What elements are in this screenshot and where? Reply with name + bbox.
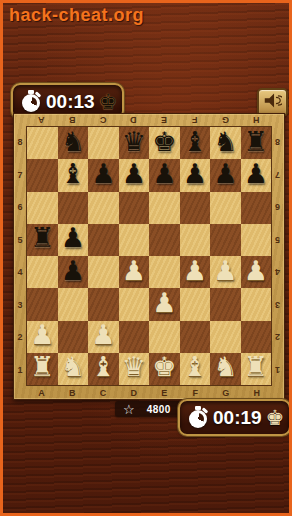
square-e5[interactable] (149, 224, 180, 256)
square-b4[interactable]: ♟ (58, 256, 89, 288)
player-time: 00:19 (213, 407, 262, 429)
square-c7[interactable]: ♟ (88, 159, 119, 191)
white-king[interactable]: ♚ (152, 353, 176, 380)
square-a6[interactable] (27, 192, 58, 224)
coord-label: C (88, 387, 119, 399)
board-grid: ♞♛♚♝♞♜♝♟♟♟♟♟♟♜♟♟♟♟♟♟♟♟♟♜♞♝♛♚♝♞♜ (26, 126, 272, 386)
white-pawn[interactable]: ♟ (244, 257, 268, 284)
square-d2[interactable] (119, 321, 150, 353)
white-pawn[interactable]: ♟ (152, 289, 176, 316)
square-h5[interactable] (241, 224, 272, 256)
coord-label: D (118, 387, 149, 399)
coord-label: B (57, 114, 88, 126)
square-h8[interactable]: ♜ (241, 127, 272, 159)
square-a7[interactable] (27, 159, 58, 191)
square-f6[interactable] (180, 192, 211, 224)
white-pawn[interactable]: ♟ (30, 321, 54, 348)
square-a4[interactable] (27, 256, 58, 288)
square-g5[interactable] (210, 224, 241, 256)
square-b3[interactable] (58, 288, 89, 320)
square-f3[interactable] (180, 288, 211, 320)
coord-label: 8 (14, 126, 26, 159)
app-screen: hack-cheat.org 00:13 ♚ ABCDEFGH ABCDEFGH… (0, 0, 292, 516)
black-queen[interactable]: ♛ (122, 128, 146, 155)
coord-label: G (211, 114, 242, 126)
square-e8[interactable]: ♚ (149, 127, 180, 159)
square-a3[interactable] (27, 288, 58, 320)
white-pawn[interactable]: ♟ (122, 257, 146, 284)
square-b1[interactable]: ♞ (58, 353, 89, 385)
square-a5[interactable]: ♜ (27, 224, 58, 256)
black-pawn[interactable]: ♟ (244, 160, 268, 187)
rank-labels-right: 87654321 (272, 126, 284, 386)
square-b8[interactable]: ♞ (58, 127, 89, 159)
coord-label: 7 (272, 159, 284, 192)
square-c3[interactable] (88, 288, 119, 320)
coord-label: 2 (14, 321, 26, 354)
coord-label: 3 (272, 289, 284, 322)
file-labels-top: ABCDEFGH (26, 114, 272, 126)
square-h7[interactable]: ♟ (241, 159, 272, 191)
square-c4[interactable] (88, 256, 119, 288)
coord-label: E (149, 114, 180, 126)
square-c6[interactable] (88, 192, 119, 224)
square-d1[interactable]: ♛ (119, 353, 150, 385)
coord-label: A (26, 387, 57, 399)
square-f1[interactable]: ♝ (180, 353, 211, 385)
coord-label: 4 (14, 256, 26, 289)
square-g3[interactable] (210, 288, 241, 320)
coord-label: 6 (14, 191, 26, 224)
white-pawn[interactable]: ♟ (213, 257, 237, 284)
coord-label: F (180, 387, 211, 399)
speaker-icon (263, 92, 282, 113)
square-e7[interactable]: ♟ (149, 159, 180, 191)
square-e1[interactable]: ♚ (149, 353, 180, 385)
coord-label: D (118, 114, 149, 126)
square-h2[interactable] (241, 321, 272, 353)
square-a8[interactable] (27, 127, 58, 159)
black-knight[interactable]: ♞ (213, 128, 237, 155)
square-h1[interactable]: ♜ (241, 353, 272, 385)
square-g1[interactable]: ♞ (210, 353, 241, 385)
square-c1[interactable]: ♝ (88, 353, 119, 385)
coord-label: 8 (272, 126, 284, 159)
white-bishop[interactable]: ♝ (183, 353, 207, 380)
square-c5[interactable] (88, 224, 119, 256)
score-value: 4800 (147, 404, 171, 415)
square-f8[interactable]: ♝ (180, 127, 211, 159)
coord-label: F (180, 114, 211, 126)
file-labels-bottom: ABCDEFGH (26, 387, 272, 399)
square-f5[interactable] (180, 224, 211, 256)
black-rook[interactable]: ♜ (30, 224, 54, 251)
stopwatch-icon (187, 406, 209, 429)
square-g7[interactable]: ♟ (210, 159, 241, 191)
coord-label: 5 (14, 224, 26, 257)
coord-label: B (57, 387, 88, 399)
black-pawn[interactable]: ♟ (213, 160, 237, 187)
square-d4[interactable]: ♟ (119, 256, 150, 288)
coord-label: 1 (272, 354, 284, 387)
white-pawn[interactable]: ♟ (183, 257, 207, 284)
white-rook[interactable]: ♜ (244, 353, 268, 380)
square-e3[interactable]: ♟ (149, 288, 180, 320)
black-pawn[interactable]: ♟ (91, 160, 115, 187)
black-bishop[interactable]: ♝ (183, 128, 207, 155)
white-rook[interactable]: ♜ (30, 353, 54, 380)
coord-label: 4 (272, 256, 284, 289)
square-b6[interactable] (58, 192, 89, 224)
square-g6[interactable] (210, 192, 241, 224)
black-king[interactable]: ♚ (152, 128, 176, 155)
black-knight[interactable]: ♞ (61, 128, 85, 155)
opponent-time: 00:13 (46, 91, 95, 113)
rank-labels-left: 87654321 (14, 126, 26, 386)
coord-label: E (149, 387, 180, 399)
player-timer-panel: 00:19 ♚ (178, 399, 291, 436)
white-knight[interactable]: ♞ (213, 353, 237, 380)
square-c8[interactable] (88, 127, 119, 159)
coord-label: C (88, 114, 119, 126)
square-b7[interactable]: ♝ (58, 159, 89, 191)
square-d6[interactable] (119, 192, 150, 224)
coord-label: 5 (272, 224, 284, 257)
square-c2[interactable]: ♟ (88, 321, 119, 353)
square-h4[interactable]: ♟ (241, 256, 272, 288)
coord-label: G (211, 387, 242, 399)
white-king-icon: ♚ (266, 407, 285, 428)
square-b5[interactable]: ♟ (58, 224, 89, 256)
square-g8[interactable]: ♞ (210, 127, 241, 159)
square-a1[interactable]: ♜ (27, 353, 58, 385)
square-h3[interactable] (241, 288, 272, 320)
coord-label: 6 (272, 191, 284, 224)
coord-label: 3 (14, 289, 26, 322)
square-e4[interactable] (149, 256, 180, 288)
square-d5[interactable] (119, 224, 150, 256)
white-pawn[interactable]: ♟ (91, 321, 115, 348)
black-pawn[interactable]: ♟ (61, 224, 85, 251)
coord-label: 1 (14, 354, 26, 387)
square-g2[interactable] (210, 321, 241, 353)
chess-board: ABCDEFGH ABCDEFGH 87654321 87654321 ♞♛♚♝… (13, 113, 285, 400)
square-f2[interactable] (180, 321, 211, 353)
square-f7[interactable]: ♟ (180, 159, 211, 191)
coord-label: A (26, 114, 57, 126)
black-rook[interactable]: ♜ (244, 128, 268, 155)
watermark: hack-cheat.org (9, 5, 144, 26)
star-icon: ☆ (123, 403, 135, 416)
square-e6[interactable] (149, 192, 180, 224)
white-queen[interactable]: ♛ (122, 353, 146, 380)
square-a2[interactable]: ♟ (27, 321, 58, 353)
coord-label: H (241, 387, 272, 399)
black-king-icon: ♚ (99, 91, 118, 112)
black-pawn[interactable]: ♟ (152, 160, 176, 187)
black-bishop[interactable]: ♝ (61, 160, 85, 187)
coord-label: H (241, 114, 272, 126)
black-pawn[interactable]: ♟ (183, 160, 207, 187)
black-pawn[interactable]: ♟ (61, 257, 85, 284)
square-f4[interactable]: ♟ (180, 256, 211, 288)
square-d8[interactable]: ♛ (119, 127, 150, 159)
white-knight[interactable]: ♞ (61, 353, 85, 380)
coord-label: 2 (272, 321, 284, 354)
square-h6[interactable] (241, 192, 272, 224)
coord-label: 7 (14, 159, 26, 192)
square-e2[interactable] (149, 321, 180, 353)
stopwatch-icon (20, 90, 42, 113)
square-d3[interactable] (119, 288, 150, 320)
square-b2[interactable] (58, 321, 89, 353)
square-g4[interactable]: ♟ (210, 256, 241, 288)
square-d7[interactable]: ♟ (119, 159, 150, 191)
white-bishop[interactable]: ♝ (91, 353, 115, 380)
black-pawn[interactable]: ♟ (122, 160, 146, 187)
